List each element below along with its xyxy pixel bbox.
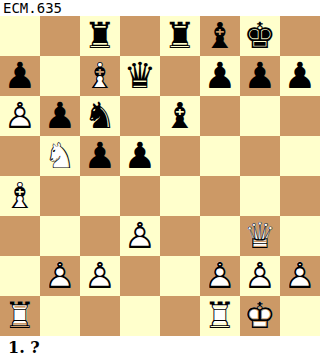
square-g8[interactable]: ♚ <box>240 16 280 56</box>
piece-white-pawn[interactable]: ♟♙ <box>240 256 280 296</box>
piece-black-king[interactable]: ♚ <box>240 16 280 56</box>
black-bishop-glyph: ♝ <box>160 96 200 136</box>
white-pawn-outline: ♙ <box>280 256 320 296</box>
piece-white-knight[interactable]: ♞♘ <box>40 136 80 176</box>
piece-black-pawn[interactable]: ♟ <box>80 136 120 176</box>
square-f6[interactable] <box>200 96 240 136</box>
black-pawn-glyph: ♟ <box>240 56 280 96</box>
square-b3[interactable] <box>40 216 80 256</box>
square-a5[interactable] <box>0 136 40 176</box>
square-h8[interactable] <box>280 16 320 56</box>
square-e4[interactable] <box>160 176 200 216</box>
piece-white-pawn[interactable]: ♟♙ <box>120 216 160 256</box>
square-g6[interactable] <box>240 96 280 136</box>
square-d2[interactable] <box>120 256 160 296</box>
square-f4[interactable] <box>200 176 240 216</box>
square-g2[interactable]: ♟♙ <box>240 256 280 296</box>
square-g7[interactable]: ♟ <box>240 56 280 96</box>
black-rook-glyph: ♜ <box>80 16 120 56</box>
square-d4[interactable] <box>120 176 160 216</box>
square-e3[interactable] <box>160 216 200 256</box>
piece-black-pawn[interactable]: ♟ <box>280 56 320 96</box>
piece-white-king[interactable]: ♚♔ <box>240 296 280 336</box>
square-h2[interactable]: ♟♙ <box>280 256 320 296</box>
piece-black-pawn[interactable]: ♟ <box>200 56 240 96</box>
square-f7[interactable]: ♟ <box>200 56 240 96</box>
white-rook-outline: ♖ <box>0 296 40 336</box>
piece-white-bishop[interactable]: ♝♗ <box>80 56 120 96</box>
black-knight-glyph: ♞ <box>80 96 120 136</box>
square-e2[interactable] <box>160 256 200 296</box>
black-pawn-glyph: ♟ <box>40 96 80 136</box>
square-b5[interactable]: ♞♘ <box>40 136 80 176</box>
square-g5[interactable] <box>240 136 280 176</box>
square-f2[interactable]: ♟♙ <box>200 256 240 296</box>
piece-white-queen[interactable]: ♛♕ <box>240 216 280 256</box>
square-e5[interactable] <box>160 136 200 176</box>
square-h6[interactable] <box>280 96 320 136</box>
square-a7[interactable]: ♟ <box>0 56 40 96</box>
square-b7[interactable] <box>40 56 80 96</box>
square-a6[interactable]: ♟♙ <box>0 96 40 136</box>
square-g1[interactable]: ♚♔ <box>240 296 280 336</box>
piece-black-queen[interactable]: ♛ <box>120 56 160 96</box>
square-d3[interactable]: ♟♙ <box>120 216 160 256</box>
white-queen-outline: ♕ <box>240 216 280 256</box>
square-h1[interactable] <box>280 296 320 336</box>
piece-white-rook[interactable]: ♜♖ <box>0 296 40 336</box>
square-b4[interactable] <box>40 176 80 216</box>
square-f1[interactable]: ♜♖ <box>200 296 240 336</box>
white-pawn-outline: ♙ <box>0 96 40 136</box>
square-c5[interactable]: ♟ <box>80 136 120 176</box>
square-d1[interactable] <box>120 296 160 336</box>
chess-board: ♜♜♝♚♟♝♗♛♟♟♟♟♙♟♞♝♞♘♟♟♝♗♟♙♛♕♟♙♟♙♟♙♟♙♟♙♜♖♜♖… <box>0 16 320 336</box>
black-bishop-glyph: ♝ <box>200 16 240 56</box>
square-d5[interactable]: ♟ <box>120 136 160 176</box>
square-d8[interactable] <box>120 16 160 56</box>
white-pawn-outline: ♙ <box>80 256 120 296</box>
square-b2[interactable]: ♟♙ <box>40 256 80 296</box>
square-g4[interactable] <box>240 176 280 216</box>
square-c6[interactable]: ♞ <box>80 96 120 136</box>
square-c2[interactable]: ♟♙ <box>80 256 120 296</box>
square-e8[interactable]: ♜ <box>160 16 200 56</box>
piece-white-pawn[interactable]: ♟♙ <box>40 256 80 296</box>
square-e7[interactable] <box>160 56 200 96</box>
piece-black-bishop[interactable]: ♝ <box>160 96 200 136</box>
black-pawn-glyph: ♟ <box>200 56 240 96</box>
black-queen-glyph: ♛ <box>120 56 160 96</box>
black-pawn-glyph: ♟ <box>280 56 320 96</box>
square-a3[interactable] <box>0 216 40 256</box>
square-c3[interactable] <box>80 216 120 256</box>
white-rook-outline: ♖ <box>200 296 240 336</box>
black-pawn-glyph: ♟ <box>80 136 120 176</box>
square-a8[interactable] <box>0 16 40 56</box>
white-pawn-outline: ♙ <box>200 256 240 296</box>
piece-white-pawn[interactable]: ♟♙ <box>80 256 120 296</box>
piece-white-bishop[interactable]: ♝♗ <box>0 176 40 216</box>
square-a1[interactable]: ♜♖ <box>0 296 40 336</box>
black-pawn-glyph: ♟ <box>120 136 160 176</box>
puzzle-id: ECM.635 <box>0 0 320 16</box>
white-king-outline: ♔ <box>240 296 280 336</box>
piece-black-rook[interactable]: ♜ <box>160 16 200 56</box>
piece-white-pawn[interactable]: ♟♙ <box>280 256 320 296</box>
square-h3[interactable] <box>280 216 320 256</box>
square-d6[interactable] <box>120 96 160 136</box>
piece-black-pawn[interactable]: ♟ <box>40 96 80 136</box>
square-f8[interactable]: ♝ <box>200 16 240 56</box>
square-b1[interactable] <box>40 296 80 336</box>
square-d7[interactable]: ♛ <box>120 56 160 96</box>
square-a4[interactable]: ♝♗ <box>0 176 40 216</box>
piece-black-pawn[interactable]: ♟ <box>120 136 160 176</box>
square-h4[interactable] <box>280 176 320 216</box>
white-pawn-outline: ♙ <box>240 256 280 296</box>
square-f3[interactable] <box>200 216 240 256</box>
piece-white-pawn[interactable]: ♟♙ <box>0 96 40 136</box>
piece-black-knight[interactable]: ♞ <box>80 96 120 136</box>
white-bishop-outline: ♗ <box>80 56 120 96</box>
piece-black-pawn[interactable]: ♟ <box>240 56 280 96</box>
piece-black-bishop[interactable]: ♝ <box>200 16 240 56</box>
square-c7[interactable]: ♝♗ <box>80 56 120 96</box>
piece-black-pawn[interactable]: ♟ <box>0 56 40 96</box>
move-prompt: 1. ? <box>0 336 320 360</box>
square-f5[interactable] <box>200 136 240 176</box>
white-pawn-outline: ♙ <box>120 216 160 256</box>
square-a2[interactable] <box>0 256 40 296</box>
square-b8[interactable] <box>40 16 80 56</box>
chess-app: ECM.635 ♜♜♝♚♟♝♗♛♟♟♟♟♙♟♞♝♞♘♟♟♝♗♟♙♛♕♟♙♟♙♟♙… <box>0 0 320 360</box>
square-c4[interactable] <box>80 176 120 216</box>
square-g3[interactable]: ♛♕ <box>240 216 280 256</box>
piece-white-pawn[interactable]: ♟♙ <box>200 256 240 296</box>
square-b6[interactable]: ♟ <box>40 96 80 136</box>
square-h5[interactable] <box>280 136 320 176</box>
piece-black-rook[interactable]: ♜ <box>80 16 120 56</box>
black-rook-glyph: ♜ <box>160 16 200 56</box>
black-king-glyph: ♚ <box>240 16 280 56</box>
piece-white-rook[interactable]: ♜♖ <box>200 296 240 336</box>
white-knight-outline: ♘ <box>40 136 80 176</box>
white-bishop-outline: ♗ <box>0 176 40 216</box>
square-c1[interactable] <box>80 296 120 336</box>
white-pawn-outline: ♙ <box>40 256 80 296</box>
square-h7[interactable]: ♟ <box>280 56 320 96</box>
square-e6[interactable]: ♝ <box>160 96 200 136</box>
black-pawn-glyph: ♟ <box>0 56 40 96</box>
square-c8[interactable]: ♜ <box>80 16 120 56</box>
square-e1[interactable] <box>160 296 200 336</box>
